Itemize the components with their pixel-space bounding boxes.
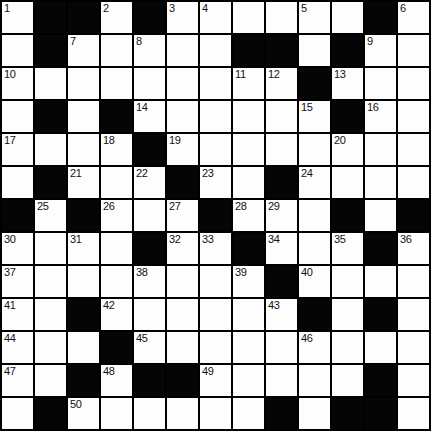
white-cell[interactable] (398, 134, 429, 165)
black-cell (332, 35, 363, 66)
white-cell[interactable]: 38 (134, 266, 165, 297)
clue-number: 44 (4, 332, 16, 345)
white-cell[interactable] (200, 332, 231, 363)
black-cell (365, 365, 396, 396)
white-cell[interactable]: 7 (68, 35, 99, 66)
white-cell[interactable] (200, 101, 231, 132)
white-cell[interactable] (167, 266, 198, 297)
clue-number: 34 (268, 233, 280, 246)
white-cell[interactable] (332, 266, 363, 297)
white-cell[interactable] (299, 365, 330, 396)
white-cell[interactable] (68, 101, 99, 132)
white-cell[interactable] (365, 167, 396, 198)
clue-number: 23 (202, 167, 214, 180)
white-cell[interactable] (35, 365, 66, 396)
black-cell (365, 299, 396, 330)
clue-number: 46 (301, 332, 313, 345)
clue-number: 35 (334, 233, 346, 246)
clue-number: 7 (70, 35, 76, 48)
white-cell[interactable] (332, 299, 363, 330)
white-cell[interactable]: 28 (233, 200, 264, 231)
black-cell (332, 200, 363, 231)
black-cell (266, 266, 297, 297)
black-cell (35, 398, 66, 429)
white-cell[interactable] (68, 68, 99, 99)
white-cell[interactable] (398, 35, 429, 66)
white-cell[interactable]: 23 (200, 167, 231, 198)
white-cell[interactable] (266, 365, 297, 396)
black-cell (167, 365, 198, 396)
black-cell (332, 398, 363, 429)
clue-number: 30 (4, 233, 16, 246)
white-cell[interactable] (299, 134, 330, 165)
clue-number: 41 (4, 299, 16, 312)
white-cell[interactable]: 19 (167, 134, 198, 165)
clue-number: 42 (103, 299, 115, 312)
black-cell (101, 332, 132, 363)
clue-number: 40 (301, 266, 313, 279)
white-cell[interactable] (134, 299, 165, 330)
white-cell[interactable]: 18 (101, 134, 132, 165)
white-cell[interactable]: 43 (266, 299, 297, 330)
white-cell[interactable]: 13 (332, 68, 363, 99)
white-cell[interactable] (134, 200, 165, 231)
white-cell[interactable] (68, 134, 99, 165)
white-cell[interactable]: 8 (134, 35, 165, 66)
white-cell[interactable] (68, 332, 99, 363)
white-cell[interactable] (398, 332, 429, 363)
white-cell[interactable]: 45 (134, 332, 165, 363)
white-cell[interactable] (332, 332, 363, 363)
white-cell[interactable]: 33 (200, 233, 231, 264)
clue-number: 32 (169, 233, 181, 246)
black-cell (68, 299, 99, 330)
black-cell (266, 35, 297, 66)
white-cell[interactable]: 22 (134, 167, 165, 198)
white-cell[interactable]: 40 (299, 266, 330, 297)
black-cell (68, 365, 99, 396)
black-cell (365, 233, 396, 264)
white-cell[interactable] (2, 167, 33, 198)
white-cell[interactable] (398, 299, 429, 330)
white-cell[interactable] (332, 167, 363, 198)
clue-number: 17 (4, 134, 16, 147)
clue-number: 25 (37, 200, 49, 213)
white-cell[interactable] (299, 233, 330, 264)
white-cell[interactable]: 2 (101, 2, 132, 33)
black-cell (200, 200, 231, 231)
white-cell[interactable]: 30 (2, 233, 33, 264)
white-cell[interactable] (299, 200, 330, 231)
clue-number: 6 (400, 2, 406, 15)
white-cell[interactable] (266, 134, 297, 165)
clue-number: 11 (235, 68, 246, 81)
clue-number: 31 (70, 233, 82, 246)
clue-number: 33 (202, 233, 214, 246)
black-cell (266, 167, 297, 198)
white-cell[interactable] (233, 101, 264, 132)
clue-number: 15 (301, 101, 313, 114)
white-cell[interactable]: 12 (266, 68, 297, 99)
white-cell[interactable]: 48 (101, 365, 132, 396)
black-cell (233, 35, 264, 66)
clue-number: 36 (400, 233, 412, 246)
black-cell (68, 200, 99, 231)
white-cell[interactable] (167, 35, 198, 66)
black-cell (35, 167, 66, 198)
white-cell[interactable] (398, 398, 429, 429)
white-cell[interactable] (35, 134, 66, 165)
crossword-board: 1234567891011121314151617181920212223242… (0, 0, 431, 433)
clue-number: 37 (4, 266, 16, 279)
white-cell[interactable]: 37 (2, 266, 33, 297)
white-cell[interactable] (332, 365, 363, 396)
clue-number: 26 (103, 200, 115, 213)
white-cell[interactable] (2, 101, 33, 132)
white-cell[interactable] (266, 332, 297, 363)
white-cell[interactable] (233, 332, 264, 363)
white-cell[interactable] (101, 266, 132, 297)
black-cell (35, 101, 66, 132)
white-cell[interactable]: 6 (398, 2, 429, 33)
clue-number: 50 (70, 398, 82, 411)
white-cell[interactable]: 32 (167, 233, 198, 264)
white-cell[interactable] (365, 68, 396, 99)
white-cell[interactable]: 9 (365, 35, 396, 66)
clue-number: 4 (202, 2, 208, 15)
white-cell[interactable]: 16 (365, 101, 396, 132)
white-cell[interactable]: 14 (134, 101, 165, 132)
black-cell (299, 68, 330, 99)
white-cell[interactable]: 27 (167, 200, 198, 231)
clue-number: 8 (136, 35, 142, 48)
clue-number: 21 (70, 167, 82, 180)
white-cell[interactable] (200, 68, 231, 99)
clue-number: 13 (334, 68, 346, 81)
white-cell[interactable] (200, 398, 231, 429)
black-cell (134, 134, 165, 165)
white-cell[interactable] (200, 35, 231, 66)
clue-number: 29 (268, 200, 280, 213)
white-cell[interactable]: 5 (299, 2, 330, 33)
black-cell (332, 101, 363, 132)
white-cell[interactable] (2, 398, 33, 429)
white-cell[interactable] (266, 2, 297, 33)
white-cell[interactable]: 25 (35, 200, 66, 231)
white-cell[interactable] (167, 398, 198, 429)
white-cell[interactable]: 4 (200, 2, 231, 33)
crossword-grid: 1234567891011121314151617181920212223242… (0, 0, 431, 431)
white-cell[interactable] (167, 68, 198, 99)
white-cell[interactable]: 3 (167, 2, 198, 33)
white-cell[interactable] (35, 332, 66, 363)
white-cell[interactable]: 47 (2, 365, 33, 396)
black-cell (365, 2, 396, 33)
white-cell[interactable]: 26 (101, 200, 132, 231)
clue-number: 9 (367, 35, 373, 48)
white-cell[interactable] (35, 266, 66, 297)
white-cell[interactable]: 20 (332, 134, 363, 165)
black-cell (365, 398, 396, 429)
white-cell[interactable]: 24 (299, 167, 330, 198)
white-cell[interactable]: 44 (2, 332, 33, 363)
white-cell[interactable]: 15 (299, 101, 330, 132)
white-cell[interactable]: 41 (2, 299, 33, 330)
white-cell[interactable]: 49 (200, 365, 231, 396)
white-cell[interactable]: 46 (299, 332, 330, 363)
white-cell[interactable] (167, 299, 198, 330)
white-cell[interactable] (167, 332, 198, 363)
black-cell (266, 398, 297, 429)
white-cell[interactable] (365, 266, 396, 297)
clue-number: 28 (235, 200, 247, 213)
black-cell (35, 35, 66, 66)
clue-number: 20 (334, 134, 346, 147)
clue-number: 22 (136, 167, 148, 180)
white-cell[interactable] (200, 134, 231, 165)
clue-number: 38 (136, 266, 148, 279)
black-cell (134, 233, 165, 264)
white-cell[interactable] (398, 167, 429, 198)
black-cell (233, 233, 264, 264)
white-cell[interactable]: 21 (68, 167, 99, 198)
white-cell[interactable] (233, 167, 264, 198)
white-cell[interactable] (365, 200, 396, 231)
white-cell[interactable]: 31 (68, 233, 99, 264)
white-cell[interactable]: 50 (68, 398, 99, 429)
clue-number: 45 (136, 332, 148, 345)
white-cell[interactable] (167, 101, 198, 132)
white-cell[interactable] (266, 101, 297, 132)
white-cell[interactable] (233, 134, 264, 165)
white-cell[interactable]: 10 (2, 68, 33, 99)
black-cell (68, 2, 99, 33)
white-cell[interactable]: 34 (266, 233, 297, 264)
white-cell[interactable]: 36 (398, 233, 429, 264)
white-cell[interactable] (299, 398, 330, 429)
clue-number: 5 (301, 2, 307, 15)
white-cell[interactable] (101, 35, 132, 66)
white-cell[interactable] (398, 266, 429, 297)
white-cell[interactable] (35, 68, 66, 99)
white-cell[interactable]: 39 (233, 266, 264, 297)
white-cell[interactable] (332, 2, 363, 33)
white-cell[interactable] (299, 35, 330, 66)
white-cell[interactable] (200, 299, 231, 330)
clue-number: 39 (235, 266, 247, 279)
clue-number: 3 (169, 2, 175, 15)
clue-number: 49 (202, 365, 214, 378)
black-cell (299, 299, 330, 330)
white-cell[interactable] (68, 266, 99, 297)
clue-number: 18 (103, 134, 115, 147)
white-cell[interactable] (200, 266, 231, 297)
black-cell (167, 167, 198, 198)
black-cell (35, 2, 66, 33)
clue-number: 10 (4, 68, 16, 81)
white-cell[interactable] (2, 35, 33, 66)
white-cell[interactable]: 29 (266, 200, 297, 231)
white-cell[interactable] (101, 167, 132, 198)
clue-number: 14 (136, 101, 148, 114)
white-cell[interactable] (233, 2, 264, 33)
white-cell[interactable] (233, 365, 264, 396)
clue-number: 19 (169, 134, 181, 147)
clue-number: 16 (367, 101, 379, 114)
white-cell[interactable] (134, 398, 165, 429)
white-cell[interactable] (233, 299, 264, 330)
white-cell[interactable] (101, 398, 132, 429)
white-cell[interactable] (35, 299, 66, 330)
white-cell[interactable] (35, 233, 66, 264)
clue-number: 43 (268, 299, 280, 312)
clue-number: 1 (4, 2, 10, 15)
white-cell[interactable] (101, 68, 132, 99)
clue-number: 48 (103, 365, 115, 378)
white-cell[interactable]: 35 (332, 233, 363, 264)
clue-number: 47 (4, 365, 16, 378)
white-cell[interactable] (398, 68, 429, 99)
clue-number: 24 (301, 167, 313, 180)
white-cell[interactable] (365, 134, 396, 165)
black-cell (134, 2, 165, 33)
white-cell[interactable] (233, 398, 264, 429)
white-cell[interactable] (134, 68, 165, 99)
white-cell[interactable] (398, 101, 429, 132)
white-cell[interactable]: 11 (233, 68, 264, 99)
white-cell[interactable]: 42 (101, 299, 132, 330)
white-cell[interactable] (398, 365, 429, 396)
clue-number: 12 (268, 68, 280, 81)
white-cell[interactable] (101, 233, 132, 264)
white-cell[interactable]: 1 (2, 2, 33, 33)
black-cell (398, 200, 429, 231)
clue-number: 27 (169, 200, 181, 213)
black-cell (101, 101, 132, 132)
black-cell (2, 200, 33, 231)
white-cell[interactable]: 17 (2, 134, 33, 165)
clue-number: 2 (103, 2, 109, 15)
black-cell (134, 365, 165, 396)
white-cell[interactable] (365, 332, 396, 363)
